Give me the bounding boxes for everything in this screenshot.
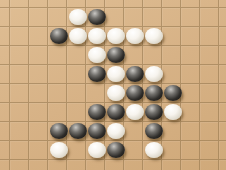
board-cell[interactable]	[48, 0, 67, 8]
board-cell[interactable]	[105, 103, 124, 122]
board-cell[interactable]	[143, 141, 162, 160]
board-cell[interactable]	[67, 27, 86, 46]
board-cell[interactable]	[105, 122, 124, 141]
board-cell[interactable]	[143, 27, 162, 46]
board-cell[interactable]	[86, 160, 105, 170]
white-stone	[50, 142, 68, 158]
board-cell[interactable]	[162, 8, 181, 27]
board-cell[interactable]	[124, 8, 143, 27]
board-cell[interactable]	[143, 46, 162, 65]
board-cell[interactable]	[10, 122, 29, 141]
board-cell[interactable]	[0, 0, 10, 8]
board-cell[interactable]	[124, 46, 143, 65]
board-cell[interactable]	[219, 103, 226, 122]
board-cell[interactable]	[105, 8, 124, 27]
board-cell[interactable]	[10, 141, 29, 160]
board-cell[interactable]	[105, 46, 124, 65]
board-cell[interactable]	[219, 65, 226, 84]
board-cell[interactable]	[10, 160, 29, 170]
board-cell[interactable]	[162, 27, 181, 46]
board-cell[interactable]	[48, 84, 67, 103]
board-cell[interactable]	[124, 0, 143, 8]
board-cell[interactable]	[48, 141, 67, 160]
board-cell[interactable]	[67, 141, 86, 160]
board-cell[interactable]	[86, 8, 105, 27]
white-stone	[107, 123, 125, 139]
white-stone	[69, 28, 87, 44]
board-cell[interactable]	[48, 8, 67, 27]
board-cell[interactable]	[0, 122, 10, 141]
board-cell[interactable]	[181, 8, 200, 27]
board-cell[interactable]	[29, 84, 48, 103]
board-cell[interactable]	[143, 122, 162, 141]
white-stone	[88, 28, 106, 44]
board-cell[interactable]	[29, 122, 48, 141]
black-stone	[107, 104, 125, 120]
board-cell[interactable]	[67, 46, 86, 65]
board-cell[interactable]	[0, 46, 10, 65]
board-cell[interactable]	[10, 65, 29, 84]
board-cell[interactable]	[0, 103, 10, 122]
board-cell[interactable]	[86, 0, 105, 8]
board-cell[interactable]	[162, 122, 181, 141]
black-stone	[164, 85, 182, 101]
board-cell[interactable]	[200, 103, 219, 122]
board-cell[interactable]	[67, 8, 86, 27]
board-cell[interactable]	[181, 141, 200, 160]
board-cell[interactable]	[105, 141, 124, 160]
board-cell[interactable]	[67, 160, 86, 170]
board-cell[interactable]	[10, 0, 29, 8]
board-cell[interactable]	[48, 46, 67, 65]
board-cell[interactable]	[124, 160, 143, 170]
board-cell[interactable]	[200, 46, 219, 65]
board-cell[interactable]	[86, 65, 105, 84]
board-cell[interactable]	[67, 84, 86, 103]
board-cell[interactable]	[162, 103, 181, 122]
board-cell[interactable]	[0, 160, 10, 170]
board-cell[interactable]	[219, 27, 226, 46]
board-cell[interactable]	[105, 27, 124, 46]
board-cell[interactable]	[143, 84, 162, 103]
board-cell[interactable]	[200, 122, 219, 141]
board-cell[interactable]	[105, 84, 124, 103]
board-cell[interactable]	[10, 27, 29, 46]
black-stone	[88, 9, 106, 25]
board-cell[interactable]	[162, 46, 181, 65]
black-stone	[107, 142, 125, 158]
board-cell[interactable]	[181, 46, 200, 65]
board-cell[interactable]	[0, 84, 10, 103]
white-stone	[107, 85, 125, 101]
board-cell[interactable]	[86, 84, 105, 103]
board-cell[interactable]	[219, 160, 226, 170]
board-cell[interactable]	[124, 141, 143, 160]
board-cell[interactable]	[10, 8, 29, 27]
black-stone	[69, 123, 87, 139]
black-stone	[145, 104, 163, 120]
white-stone	[107, 66, 125, 82]
board-cell[interactable]	[48, 122, 67, 141]
board-cell[interactable]	[29, 27, 48, 46]
board-cell[interactable]	[86, 103, 105, 122]
board-cell[interactable]	[29, 0, 48, 8]
board-cell[interactable]	[200, 0, 219, 8]
board-cell[interactable]	[0, 141, 10, 160]
board-cell[interactable]	[105, 65, 124, 84]
board-cell[interactable]	[86, 27, 105, 46]
board-cell[interactable]	[181, 0, 200, 8]
black-stone	[50, 123, 68, 139]
board-cell[interactable]	[162, 0, 181, 8]
board-cell[interactable]	[124, 84, 143, 103]
black-stone	[126, 66, 144, 82]
board-cell[interactable]	[143, 103, 162, 122]
board-cell[interactable]	[162, 65, 181, 84]
black-stone	[126, 85, 144, 101]
board-cell[interactable]	[29, 65, 48, 84]
white-stone	[69, 9, 87, 25]
board-cell[interactable]	[200, 141, 219, 160]
black-stone	[88, 66, 106, 82]
black-stone	[107, 47, 125, 63]
white-stone	[126, 104, 144, 120]
board-cell[interactable]	[67, 0, 86, 8]
white-stone	[126, 28, 144, 44]
board-cell[interactable]	[219, 141, 226, 160]
board-cell[interactable]	[48, 160, 67, 170]
board-cell[interactable]	[105, 160, 124, 170]
board-cell[interactable]	[162, 84, 181, 103]
white-stone	[145, 66, 163, 82]
board-cell[interactable]	[86, 46, 105, 65]
board-cell[interactable]	[200, 8, 219, 27]
game-viewport	[0, 0, 226, 170]
board-cell[interactable]	[0, 65, 10, 84]
board-cell[interactable]	[29, 103, 48, 122]
board-cell[interactable]	[181, 84, 200, 103]
board-cell[interactable]	[200, 160, 219, 170]
board-cell[interactable]	[29, 46, 48, 65]
board-cell[interactable]	[143, 0, 162, 8]
board-cell[interactable]	[48, 103, 67, 122]
black-stone	[88, 104, 106, 120]
board-cell[interactable]	[86, 141, 105, 160]
board-cell[interactable]	[219, 84, 226, 103]
black-stone	[50, 28, 68, 44]
board-cell[interactable]	[29, 160, 48, 170]
board-cell[interactable]	[219, 46, 226, 65]
black-stone	[145, 85, 163, 101]
board-cell[interactable]	[124, 65, 143, 84]
board-cell[interactable]	[181, 122, 200, 141]
board-cell[interactable]	[48, 65, 67, 84]
board-cell[interactable]	[219, 8, 226, 27]
board-cell[interactable]	[219, 0, 226, 8]
board-cell[interactable]	[0, 27, 10, 46]
board-cell[interactable]	[29, 8, 48, 27]
board-cell[interactable]	[162, 141, 181, 160]
black-stone	[145, 123, 163, 139]
board-cell[interactable]	[124, 27, 143, 46]
board-cell[interactable]	[181, 65, 200, 84]
white-stone	[107, 28, 125, 44]
board-cell[interactable]	[29, 141, 48, 160]
board-cell[interactable]	[200, 84, 219, 103]
board-cell[interactable]	[162, 160, 181, 170]
board-cell[interactable]	[67, 122, 86, 141]
board-cell[interactable]	[48, 27, 67, 46]
gomoku-board[interactable]	[0, 0, 226, 170]
board-cell[interactable]	[105, 0, 124, 8]
board-cell[interactable]	[143, 160, 162, 170]
board-cell[interactable]	[124, 103, 143, 122]
white-stone	[88, 142, 106, 158]
white-stone	[145, 28, 163, 44]
board-cell[interactable]	[0, 8, 10, 27]
board-cell[interactable]	[10, 84, 29, 103]
board-cell[interactable]	[67, 65, 86, 84]
white-stone	[164, 104, 182, 120]
board-cell[interactable]	[143, 65, 162, 84]
board-cell[interactable]	[181, 160, 200, 170]
board-cell[interactable]	[219, 122, 226, 141]
white-stone	[88, 47, 106, 63]
board-cell[interactable]	[67, 103, 86, 122]
black-stone	[88, 123, 106, 139]
board-cell[interactable]	[181, 103, 200, 122]
board-cell[interactable]	[10, 103, 29, 122]
board-cell[interactable]	[143, 8, 162, 27]
board-cell[interactable]	[124, 122, 143, 141]
board-cell[interactable]	[181, 27, 200, 46]
board-cell[interactable]	[200, 27, 219, 46]
board-cell[interactable]	[200, 65, 219, 84]
white-stone	[145, 142, 163, 158]
board-cell[interactable]	[86, 122, 105, 141]
board-cell[interactable]	[10, 46, 29, 65]
